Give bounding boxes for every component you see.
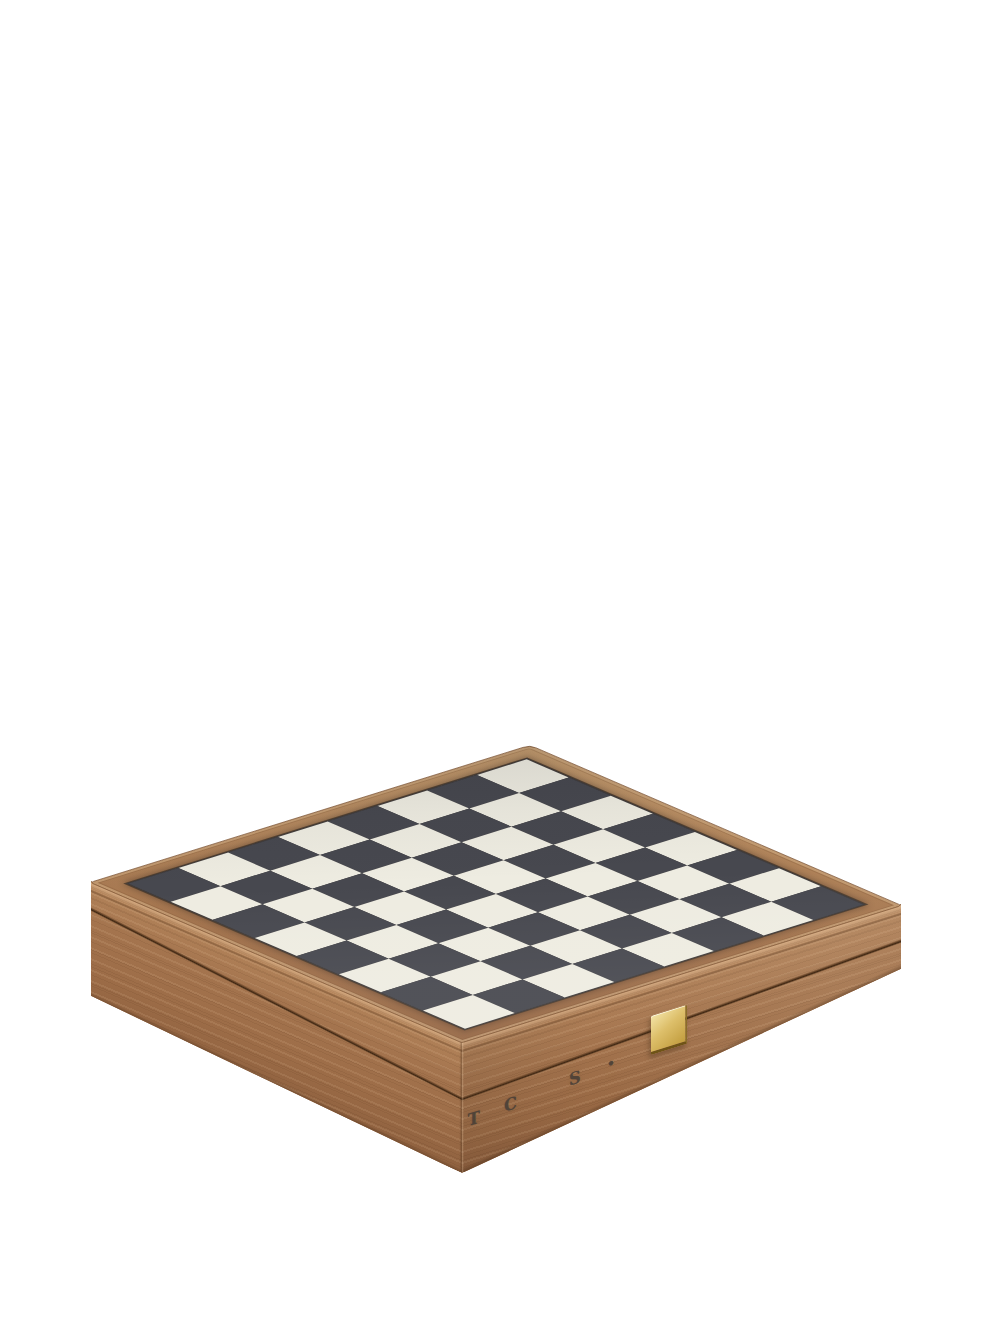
- games-box-photo: T C S ·: [0, 0, 1000, 1334]
- inscription-letter: S: [569, 1068, 581, 1088]
- inscription-letter: T: [468, 1108, 480, 1128]
- inscription-letter: C: [504, 1094, 517, 1114]
- inscription-dot: ·: [607, 1054, 615, 1072]
- corner-edge-shadow: [459, 1040, 462, 1173]
